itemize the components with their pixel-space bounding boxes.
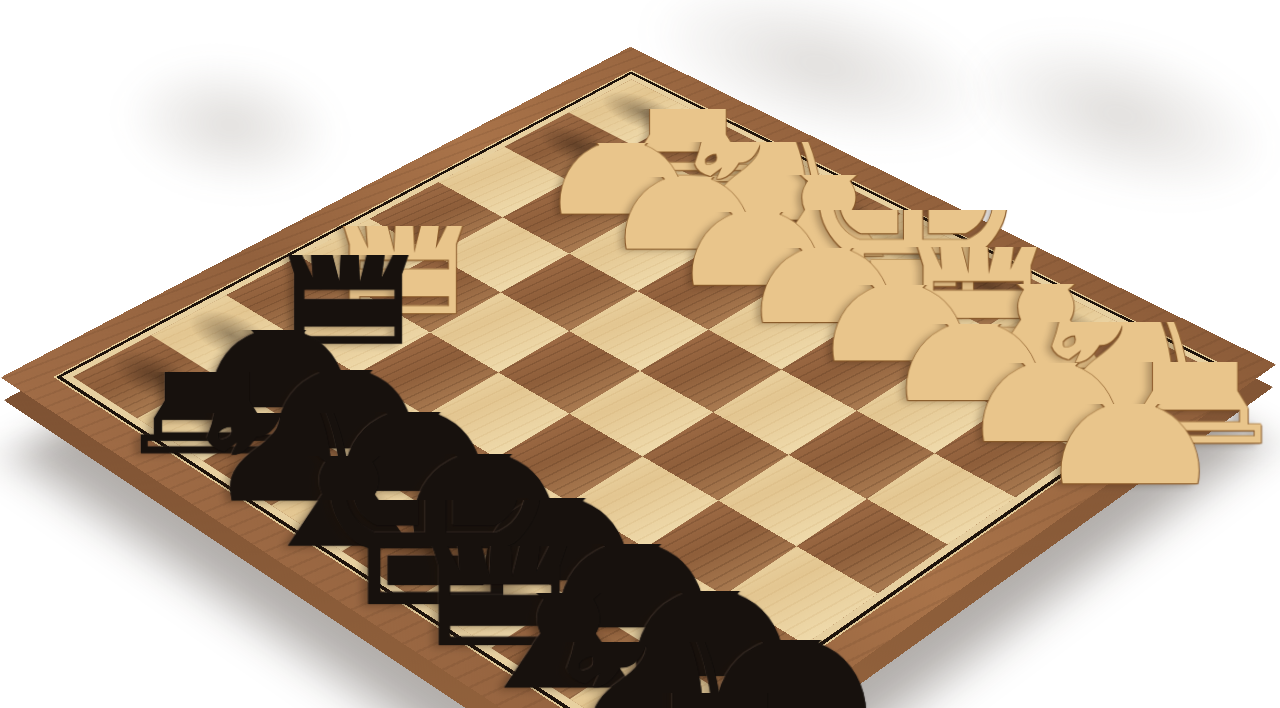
frame-maple-line: ♜♞♝♛♚♝♞♜♟♟♟♟♟♟♟♟♟♟♟♟♟♟♟♟♜♞♝♛♚♝♞♜ bbox=[53, 70, 1224, 708]
chess-set-photo-scene: ♜♞♝♛♚♝♞♜♟♟♟♟♟♟♟♟♟♟♟♟♟♟♟♟♜♞♝♛♚♝♞♜ ♛♛ bbox=[0, 0, 1280, 708]
chess-board: ♜♞♝♛♚♝♞♜♟♟♟♟♟♟♟♟♟♟♟♟♟♟♟♟♜♞♝♛♚♝♞♜ ♛♛ bbox=[1, 47, 1276, 708]
frame-pinstripe: ♜♞♝♛♚♝♞♜♟♟♟♟♟♟♟♟♟♟♟♟♟♟♟♟♜♞♝♛♚♝♞♜ bbox=[56, 72, 1221, 708]
board-wrapper: ♜♞♝♛♚♝♞♜♟♟♟♟♟♟♟♟♟♟♟♟♟♟♟♟♜♞♝♛♚♝♞♜ ♛♛ bbox=[189, 0, 1091, 708]
